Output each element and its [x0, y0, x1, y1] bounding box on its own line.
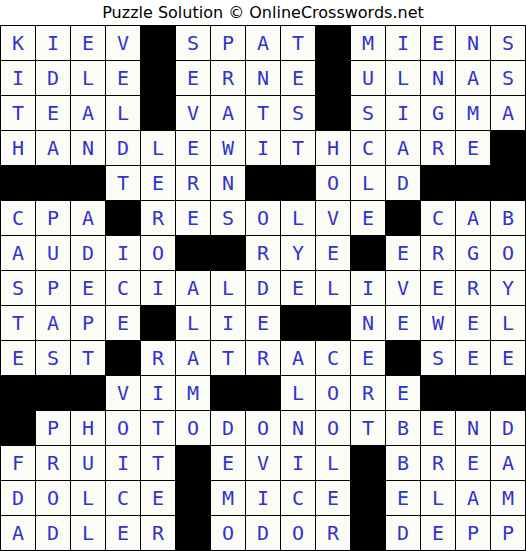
- letter-cell: M: [456, 96, 490, 130]
- block-cell: [351, 516, 385, 550]
- block-cell: [141, 26, 175, 60]
- letter-cell: R: [421, 131, 455, 165]
- letter-cell: P: [36, 271, 70, 305]
- letter-cell: I: [386, 26, 420, 60]
- letter-cell: E: [386, 306, 420, 340]
- block-cell: [386, 201, 420, 235]
- letter-cell: R: [141, 516, 175, 550]
- letter-cell: U: [351, 61, 385, 95]
- letter-cell: A: [36, 131, 70, 165]
- letter-cell: G: [456, 236, 490, 270]
- letter-cell: E: [36, 96, 70, 130]
- letter-cell: T: [281, 131, 315, 165]
- letter-cell: E: [281, 61, 315, 95]
- letter-cell: R: [246, 341, 280, 375]
- letter-cell: L: [491, 306, 525, 340]
- page-title: Puzzle Solution © OnlineCrosswords.net: [0, 0, 526, 25]
- letter-cell: E: [456, 306, 490, 340]
- letter-cell: D: [71, 236, 105, 270]
- letter-cell: T: [1, 306, 35, 340]
- letter-cell: L: [71, 481, 105, 515]
- letter-cell: O: [36, 481, 70, 515]
- letter-cell: A: [456, 481, 490, 515]
- letter-cell: V: [176, 96, 210, 130]
- letter-cell: E: [421, 516, 455, 550]
- puzzle-solution-page: Puzzle Solution © OnlineCrosswords.net K…: [0, 0, 526, 551]
- letter-cell: D: [1, 481, 35, 515]
- block-cell: [351, 446, 385, 480]
- letter-cell: I: [106, 446, 140, 480]
- letter-cell: N: [281, 411, 315, 445]
- letter-cell: A: [1, 236, 35, 270]
- letter-cell: D: [491, 411, 525, 445]
- letter-cell: T: [141, 446, 175, 480]
- block-cell: [386, 341, 420, 375]
- letter-cell: D: [106, 131, 140, 165]
- letter-cell: E: [456, 131, 490, 165]
- letter-cell: E: [106, 516, 140, 550]
- letter-cell: M: [351, 26, 385, 60]
- letter-cell: N: [351, 306, 385, 340]
- letter-cell: E: [386, 236, 420, 270]
- letter-cell: D: [386, 166, 420, 200]
- letter-cell: L: [211, 271, 245, 305]
- letter-cell: M: [176, 376, 210, 410]
- letter-cell: D: [36, 516, 70, 550]
- letter-cell: I: [1, 61, 35, 95]
- letter-cell: T: [281, 26, 315, 60]
- block-cell: [491, 166, 525, 200]
- block-cell: [1, 411, 35, 445]
- block-cell: [281, 166, 315, 200]
- letter-cell: B: [491, 201, 525, 235]
- block-cell: [351, 236, 385, 270]
- letter-cell: O: [281, 516, 315, 550]
- letter-cell: O: [316, 376, 350, 410]
- letter-cell: D: [36, 61, 70, 95]
- letter-cell: S: [176, 26, 210, 60]
- letter-cell: E: [246, 306, 280, 340]
- letter-cell: A: [491, 446, 525, 480]
- letter-cell: I: [246, 131, 280, 165]
- letter-cell: P: [71, 306, 105, 340]
- letter-cell: T: [1, 96, 35, 130]
- letter-cell: E: [176, 131, 210, 165]
- letter-cell: W: [421, 306, 455, 340]
- block-cell: [36, 376, 70, 410]
- block-cell: [176, 446, 210, 480]
- letter-cell: S: [36, 341, 70, 375]
- letter-cell: N: [246, 61, 280, 95]
- letter-cell: E: [176, 201, 210, 235]
- letter-cell: C: [281, 481, 315, 515]
- block-cell: [211, 236, 245, 270]
- letter-cell: H: [71, 411, 105, 445]
- letter-cell: O: [141, 236, 175, 270]
- letter-cell: O: [176, 411, 210, 445]
- block-cell: [421, 166, 455, 200]
- letter-cell: O: [211, 516, 245, 550]
- block-cell: [316, 26, 350, 60]
- letter-cell: T: [246, 96, 280, 130]
- letter-cell: I: [386, 96, 420, 130]
- letter-cell: C: [351, 131, 385, 165]
- letter-cell: I: [281, 446, 315, 480]
- letter-cell: W: [211, 131, 245, 165]
- letter-cell: I: [106, 236, 140, 270]
- letter-cell: D: [246, 271, 280, 305]
- letter-cell: E: [316, 236, 350, 270]
- letter-cell: S: [491, 26, 525, 60]
- letter-cell: P: [456, 516, 490, 550]
- letter-cell: O: [246, 201, 280, 235]
- letter-cell: A: [71, 96, 105, 130]
- block-cell: [71, 376, 105, 410]
- block-cell: [246, 376, 280, 410]
- letter-cell: A: [386, 131, 420, 165]
- letter-cell: T: [141, 411, 175, 445]
- block-cell: [421, 376, 455, 410]
- letter-cell: L: [71, 516, 105, 550]
- block-cell: [176, 516, 210, 550]
- letter-cell: E: [421, 271, 455, 305]
- letter-cell: E: [386, 376, 420, 410]
- letter-cell: Y: [491, 271, 525, 305]
- letter-cell: E: [106, 61, 140, 95]
- letter-cell: L: [386, 61, 420, 95]
- letter-cell: L: [71, 61, 105, 95]
- letter-cell: A: [246, 26, 280, 60]
- letter-cell: A: [71, 201, 105, 235]
- letter-cell: E: [456, 341, 490, 375]
- letter-cell: N: [421, 61, 455, 95]
- letter-cell: U: [71, 446, 105, 480]
- letter-cell: R: [36, 446, 70, 480]
- letter-cell: V: [106, 26, 140, 60]
- letter-cell: L: [141, 131, 175, 165]
- letter-cell: Y: [281, 236, 315, 270]
- letter-cell: E: [176, 61, 210, 95]
- letter-cell: C: [421, 201, 455, 235]
- block-cell: [1, 376, 35, 410]
- letter-cell: D: [246, 516, 280, 550]
- letter-cell: E: [351, 341, 385, 375]
- letter-cell: E: [456, 446, 490, 480]
- letter-cell: R: [246, 236, 280, 270]
- letter-cell: P: [36, 201, 70, 235]
- block-cell: [491, 131, 525, 165]
- letter-cell: B: [386, 446, 420, 480]
- letter-cell: N: [456, 26, 490, 60]
- letter-cell: L: [316, 271, 350, 305]
- letter-cell: R: [421, 446, 455, 480]
- letter-cell: A: [176, 341, 210, 375]
- block-cell: [141, 96, 175, 130]
- letter-cell: L: [316, 446, 350, 480]
- letter-cell: A: [36, 306, 70, 340]
- letter-cell: L: [106, 96, 140, 130]
- letter-cell: V: [106, 376, 140, 410]
- letter-cell: O: [316, 166, 350, 200]
- letter-cell: I: [141, 271, 175, 305]
- letter-cell: T: [211, 341, 245, 375]
- letter-cell: V: [246, 446, 280, 480]
- letter-cell: O: [316, 411, 350, 445]
- letter-cell: S: [281, 96, 315, 130]
- letter-cell: K: [1, 26, 35, 60]
- letter-cell: R: [141, 341, 175, 375]
- letter-cell: R: [141, 201, 175, 235]
- letter-cell: V: [316, 201, 350, 235]
- letter-cell: O: [246, 411, 280, 445]
- letter-cell: N: [211, 166, 245, 200]
- letter-cell: P: [211, 26, 245, 60]
- letter-cell: E: [106, 306, 140, 340]
- letter-cell: S: [351, 96, 385, 130]
- letter-cell: S: [211, 201, 245, 235]
- letter-cell: E: [281, 271, 315, 305]
- block-cell: [71, 166, 105, 200]
- block-cell: [456, 376, 490, 410]
- letter-cell: C: [106, 481, 140, 515]
- letter-cell: R: [351, 376, 385, 410]
- block-cell: [141, 306, 175, 340]
- letter-cell: C: [1, 201, 35, 235]
- letter-cell: T: [106, 166, 140, 200]
- letter-cell: A: [211, 96, 245, 130]
- letter-cell: N: [456, 411, 490, 445]
- letter-cell: E: [1, 341, 35, 375]
- letter-cell: L: [351, 166, 385, 200]
- block-cell: [316, 96, 350, 130]
- letter-cell: N: [71, 131, 105, 165]
- block-cell: [316, 61, 350, 95]
- block-cell: [246, 166, 280, 200]
- letter-cell: L: [176, 306, 210, 340]
- letter-cell: R: [456, 271, 490, 305]
- block-cell: [176, 236, 210, 270]
- letter-cell: U: [36, 236, 70, 270]
- letter-cell: H: [1, 131, 35, 165]
- block-cell: [351, 481, 385, 515]
- letter-cell: A: [281, 341, 315, 375]
- letter-cell: I: [351, 271, 385, 305]
- letter-cell: L: [421, 481, 455, 515]
- letter-cell: D: [386, 516, 420, 550]
- letter-cell: T: [351, 411, 385, 445]
- block-cell: [211, 376, 245, 410]
- block-cell: [1, 166, 35, 200]
- letter-cell: D: [211, 411, 245, 445]
- letter-cell: F: [1, 446, 35, 480]
- letter-cell: M: [211, 481, 245, 515]
- letter-cell: I: [211, 306, 245, 340]
- letter-cell: R: [176, 166, 210, 200]
- letter-cell: E: [141, 166, 175, 200]
- letter-cell: L: [281, 376, 315, 410]
- letter-cell: P: [491, 516, 525, 550]
- crossword-grid: KIEVSPATMIENSIDLEERNEULNASTEALVATSSIGMAH…: [0, 25, 526, 551]
- letter-cell: A: [456, 61, 490, 95]
- letter-cell: V: [386, 271, 420, 305]
- letter-cell: P: [36, 411, 70, 445]
- letter-cell: E: [71, 271, 105, 305]
- letter-cell: S: [1, 271, 35, 305]
- letter-cell: S: [491, 61, 525, 95]
- letter-cell: E: [386, 481, 420, 515]
- letter-cell: E: [421, 411, 455, 445]
- block-cell: [106, 341, 140, 375]
- letter-cell: S: [421, 341, 455, 375]
- letter-cell: I: [246, 481, 280, 515]
- block-cell: [176, 481, 210, 515]
- letter-cell: B: [386, 411, 420, 445]
- letter-cell: A: [176, 271, 210, 305]
- letter-cell: O: [106, 411, 140, 445]
- letter-cell: E: [421, 26, 455, 60]
- letter-cell: H: [316, 131, 350, 165]
- letter-cell: M: [491, 481, 525, 515]
- letter-cell: E: [316, 481, 350, 515]
- letter-cell: T: [71, 341, 105, 375]
- letter-cell: E: [141, 481, 175, 515]
- letter-cell: R: [421, 236, 455, 270]
- letter-cell: A: [1, 516, 35, 550]
- letter-cell: E: [491, 341, 525, 375]
- letter-cell: R: [211, 61, 245, 95]
- letter-cell: I: [141, 376, 175, 410]
- letter-cell: E: [71, 26, 105, 60]
- letter-cell: L: [281, 201, 315, 235]
- letter-cell: A: [491, 96, 525, 130]
- letter-cell: O: [491, 236, 525, 270]
- block-cell: [456, 166, 490, 200]
- letter-cell: C: [106, 271, 140, 305]
- letter-cell: E: [211, 446, 245, 480]
- block-cell: [141, 61, 175, 95]
- block-cell: [106, 201, 140, 235]
- block-cell: [491, 376, 525, 410]
- letter-cell: R: [316, 516, 350, 550]
- letter-cell: E: [351, 201, 385, 235]
- letter-cell: A: [456, 201, 490, 235]
- block-cell: [316, 306, 350, 340]
- letter-cell: I: [36, 26, 70, 60]
- letter-cell: G: [421, 96, 455, 130]
- letter-cell: C: [316, 341, 350, 375]
- block-cell: [281, 306, 315, 340]
- block-cell: [36, 166, 70, 200]
